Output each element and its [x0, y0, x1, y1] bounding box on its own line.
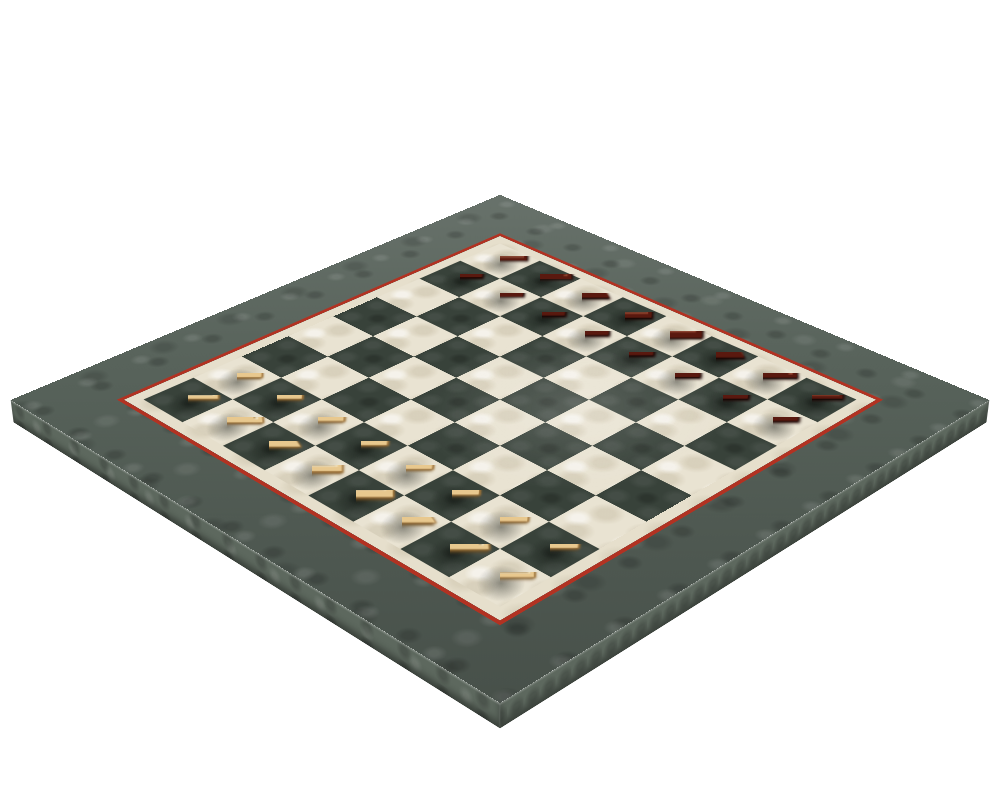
white-rook-glyph: ♜	[446, 475, 555, 596]
black-pawn-glyph: ♟	[734, 349, 811, 435]
chess-board: ♜♞♝♛♚♝♞♜♟♟♟♟♟♟♟♟♟♟♟♟♟♟♟♟♜♞♝♛♚♝♞♜	[11, 195, 990, 703]
scene: ♜♞♝♛♚♝♞♜♟♟♟♟♟♟♟♟♟♟♟♟♟♟♟♟♜♞♝♛♚♝♞♜	[0, 0, 1000, 800]
